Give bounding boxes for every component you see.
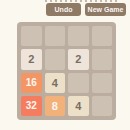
game-2048-screen: Undo New Game 221643284 bbox=[0, 0, 130, 130]
tile-2: 2 bbox=[21, 49, 42, 69]
empty-cell bbox=[68, 73, 89, 93]
tile-4: 4 bbox=[45, 73, 66, 93]
empty-cell bbox=[92, 96, 113, 116]
new-game-button[interactable]: New Game bbox=[85, 3, 126, 16]
tile-32: 32 bbox=[21, 96, 42, 116]
clipped-score-row bbox=[45, 0, 117, 2]
tile-4: 4 bbox=[68, 96, 89, 116]
empty-cell bbox=[92, 26, 113, 46]
undo-button[interactable]: Undo bbox=[46, 3, 81, 16]
empty-cell bbox=[68, 26, 89, 46]
tile-8: 8 bbox=[45, 96, 66, 116]
empty-cell bbox=[45, 26, 66, 46]
toolbar: Undo New Game bbox=[46, 3, 126, 16]
empty-cell bbox=[45, 49, 66, 69]
tile-2: 2 bbox=[68, 49, 89, 69]
tile-16: 16 bbox=[21, 73, 42, 93]
empty-cell bbox=[92, 49, 113, 69]
empty-cell bbox=[92, 73, 113, 93]
board[interactable]: 221643284 bbox=[17, 22, 116, 120]
empty-cell bbox=[21, 26, 42, 46]
